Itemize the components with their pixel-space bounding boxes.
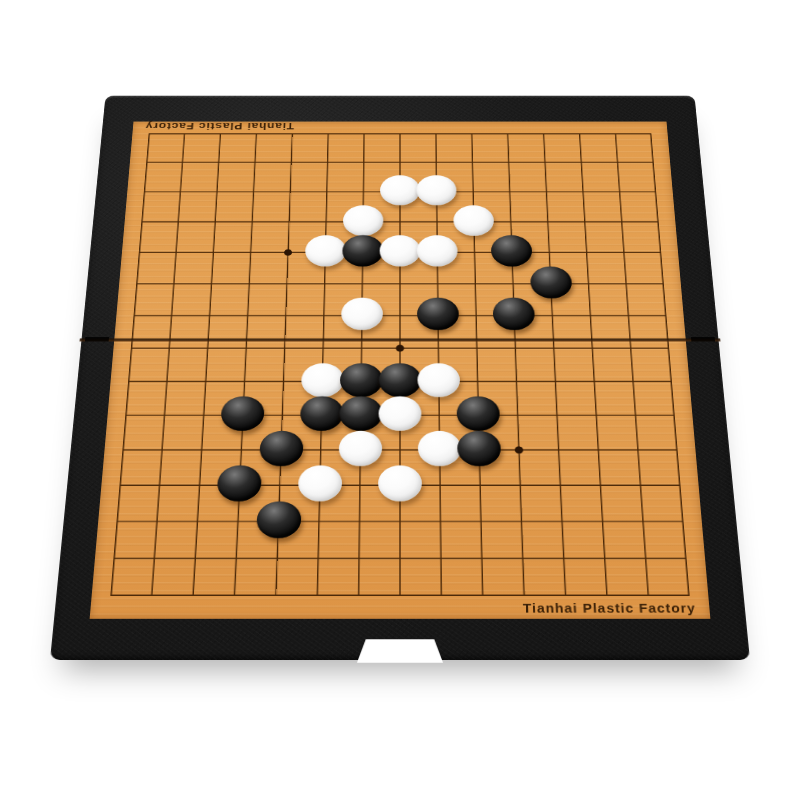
stone-white[interactable]: [418, 363, 461, 397]
stone-white[interactable]: [418, 431, 462, 466]
stone-black[interactable]: [529, 266, 572, 298]
stone-white[interactable]: [453, 205, 494, 236]
star-point: [515, 446, 524, 453]
product-photo: Tianhai Plastic Factory Tianhai Plastic …: [0, 0, 800, 800]
stone-white[interactable]: [380, 175, 420, 205]
brand-text-top: Tianhai Plastic Factory: [145, 121, 295, 131]
stone-black[interactable]: [339, 396, 382, 431]
stone-black[interactable]: [457, 396, 501, 431]
frame-notch: [357, 639, 443, 662]
stone-black[interactable]: [417, 298, 459, 331]
stone-white[interactable]: [341, 298, 383, 331]
go-grid[interactable]: [110, 133, 689, 596]
stone-white[interactable]: [338, 431, 382, 466]
stone-white[interactable]: [417, 235, 458, 266]
stone-black[interactable]: [342, 235, 383, 266]
stone-white[interactable]: [380, 235, 421, 266]
stone-black[interactable]: [491, 235, 533, 266]
stone-black[interactable]: [340, 363, 383, 397]
stone-black[interactable]: [493, 298, 536, 331]
star-point: [284, 249, 292, 255]
hinge-left-icon: [85, 337, 109, 342]
scene: Tianhai Plastic Factory Tianhai Plastic …: [0, 0, 800, 800]
go-board: Tianhai Plastic Factory Tianhai Plastic …: [50, 96, 750, 660]
fold-seam: [79, 338, 720, 341]
stone-black[interactable]: [457, 431, 501, 466]
stone-white[interactable]: [378, 396, 421, 431]
stone-black[interactable]: [379, 363, 422, 397]
stone-white[interactable]: [417, 175, 457, 205]
hinge-right-icon: [691, 337, 715, 342]
stone-white[interactable]: [378, 466, 422, 502]
board-surface: Tianhai Plastic Factory Tianhai Plastic …: [90, 122, 711, 619]
brand-text-bottom: Tianhai Plastic Factory: [523, 601, 697, 615]
stone-white[interactable]: [343, 205, 384, 236]
star-point: [396, 345, 404, 352]
board-frame: Tianhai Plastic Factory Tianhai Plastic …: [50, 96, 750, 660]
